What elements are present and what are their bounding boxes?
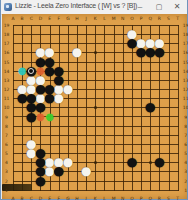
coord-label-top: Q	[146, 16, 155, 21]
coord-label-left: 3	[2, 169, 11, 174]
coord-label-top: R	[155, 16, 164, 21]
coord-label-right: 6	[181, 142, 188, 147]
coord-label-left: 9	[2, 115, 11, 120]
coord-label-top: O	[127, 16, 136, 21]
coord-label-left: 11	[2, 96, 11, 101]
suggestion-marker[interactable]: ●	[45, 112, 55, 122]
coord-label-top: J	[82, 16, 91, 21]
coord-label-bottom: H	[73, 196, 82, 200]
coord-label-right: 1	[181, 188, 188, 193]
coord-label-top: K	[91, 16, 100, 21]
coord-label-bottom: L	[100, 196, 109, 200]
coord-label-left: 14	[2, 69, 11, 74]
coord-label-left: 16	[2, 50, 11, 55]
coord-label-left: 15	[2, 60, 11, 65]
maximize-button[interactable]: ▢	[150, 0, 168, 13]
coord-label-top: A	[9, 16, 18, 21]
coord-label-bottom: F	[54, 196, 63, 200]
coord-label-bottom: M	[109, 196, 118, 200]
coord-label-top: S	[164, 16, 173, 21]
coord-label-left: 18	[2, 32, 11, 37]
coord-label-right: 17	[181, 41, 188, 46]
coord-label-right: 15	[181, 60, 188, 65]
coord-label-left: 12	[2, 87, 11, 92]
suggestion-marker[interactable]: ●	[35, 66, 45, 76]
coord-label-right: 7	[181, 133, 188, 138]
coord-label-top: M	[109, 16, 118, 21]
title-bar[interactable]: Lizzie - Leela Zero Interface ( [W] vs ?…	[1, 0, 187, 15]
app-icon	[4, 3, 12, 11]
coord-label-right: 10	[181, 105, 188, 110]
coord-label-right: 14	[181, 69, 188, 74]
coord-label-left: 4	[2, 160, 11, 165]
coord-label-left: 2	[2, 179, 11, 184]
coord-label-right: 18	[181, 32, 188, 37]
coord-label-bottom: E	[45, 196, 54, 200]
coord-label-top: L	[100, 16, 109, 21]
coord-label-top: D	[36, 16, 45, 21]
coord-label-bottom: C	[27, 196, 36, 200]
coord-label-left: 17	[2, 41, 11, 46]
coord-label-right: 8	[181, 124, 188, 129]
go-board[interactable]: ●●●●●●●●●●●●●●●●●●●●●●●●●●●●●●●●●●●●●●●●…	[2, 14, 187, 199]
coord-label-bottom: A	[9, 196, 18, 200]
coord-label-top: C	[27, 16, 36, 21]
coord-label-bottom: J	[82, 196, 91, 200]
coord-label-right: 5	[181, 151, 188, 156]
coord-label-bottom: O	[127, 196, 136, 200]
coord-label-bottom: R	[155, 196, 164, 200]
coord-label-right: 2	[181, 179, 188, 184]
coord-label-top: E	[45, 16, 54, 21]
coord-label-bottom: B	[18, 196, 27, 200]
app-window: Lizzie - Leela Zero Interface ( [W] vs ?…	[0, 0, 188, 200]
coord-label-right: 9	[181, 115, 188, 120]
coord-label-right: 16	[181, 50, 188, 55]
coord-label-left: 19	[2, 23, 11, 28]
coord-label-right: 19	[181, 23, 188, 28]
coord-label-top: G	[63, 16, 72, 21]
minimize-button[interactable]: –	[131, 0, 149, 13]
coord-label-bottom: K	[91, 196, 100, 200]
coord-label-right: 11	[181, 96, 188, 101]
coord-label-bottom: P	[137, 196, 146, 200]
coord-label-left: 1	[2, 188, 11, 193]
coord-label-bottom: S	[164, 196, 173, 200]
coord-label-left: 10	[2, 105, 11, 110]
coord-label-left: 5	[2, 151, 11, 156]
close-button[interactable]: ✕	[168, 0, 186, 13]
coord-label-top: P	[137, 16, 146, 21]
coord-label-bottom: G	[63, 196, 72, 200]
coord-label-bottom: Q	[146, 196, 155, 200]
coord-label-bottom: D	[36, 196, 45, 200]
coord-label-left: 8	[2, 124, 11, 129]
coord-label-top: T	[173, 16, 182, 21]
coord-label-bottom: N	[118, 196, 127, 200]
coord-label-right: 3	[181, 169, 188, 174]
coord-label-top: H	[73, 16, 82, 21]
coord-label-top: N	[118, 16, 127, 21]
coord-label-bottom: T	[173, 196, 182, 200]
coord-label-top: F	[54, 16, 63, 21]
coord-label-left: 13	[2, 78, 11, 83]
coord-label-left: 7	[2, 133, 11, 138]
coord-label-top: B	[18, 16, 27, 21]
coord-label-right: 13	[181, 78, 188, 83]
coord-label-right: 4	[181, 160, 188, 165]
coord-label-left: 6	[2, 142, 11, 147]
coord-label-right: 12	[181, 87, 188, 92]
suggestion-marker[interactable]: ●	[17, 66, 27, 76]
window-title: Lizzie - Leela Zero Interface ( [W] vs ?…	[15, 2, 137, 9]
